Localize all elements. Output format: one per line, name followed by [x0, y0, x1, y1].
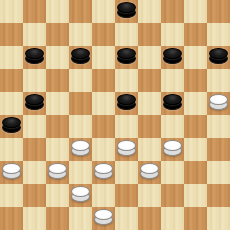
dark-square-29[interactable]	[138, 115, 161, 138]
dark-square-22[interactable]	[69, 92, 92, 115]
piece-top	[163, 94, 182, 105]
dark-square-26[interactable]	[0, 115, 23, 138]
dark-square-48[interactable]	[92, 207, 115, 230]
light-square-r5c7	[161, 115, 184, 138]
dark-square-34[interactable]	[161, 138, 184, 161]
light-square-r9c3	[69, 207, 92, 230]
light-square-r8c6	[138, 184, 161, 207]
light-square-r9c5	[115, 207, 138, 230]
dark-square-44[interactable]	[161, 184, 184, 207]
piece-top	[94, 163, 113, 174]
draughts-board	[0, 0, 230, 230]
dark-square-12[interactable]	[69, 46, 92, 69]
dark-square-15[interactable]	[207, 46, 230, 69]
light-square-r1c1	[23, 23, 46, 46]
piece-top	[25, 94, 44, 105]
light-square-r0c0	[0, 0, 23, 23]
dark-square-17[interactable]	[46, 69, 69, 92]
dark-square-7[interactable]	[46, 23, 69, 46]
piece-top	[209, 48, 228, 59]
light-square-r0c4	[92, 0, 115, 23]
dark-square-36[interactable]	[0, 161, 23, 184]
white-man[interactable]	[117, 140, 136, 157]
light-square-r9c9	[207, 207, 230, 230]
dark-square-33[interactable]	[115, 138, 138, 161]
dark-square-3[interactable]	[115, 0, 138, 23]
dark-square-50[interactable]	[184, 207, 207, 230]
dark-square-19[interactable]	[138, 69, 161, 92]
dark-square-1[interactable]	[23, 0, 46, 23]
light-square-r2c8	[184, 46, 207, 69]
white-man[interactable]	[71, 140, 90, 157]
light-square-r8c0	[0, 184, 23, 207]
light-square-r2c2	[46, 46, 69, 69]
light-square-r4c0	[0, 92, 23, 115]
light-square-r3c5	[115, 69, 138, 92]
dark-square-13[interactable]	[115, 46, 138, 69]
black-man[interactable]	[163, 94, 182, 111]
dark-square-18[interactable]	[92, 69, 115, 92]
light-square-r3c9	[207, 69, 230, 92]
black-man[interactable]	[25, 48, 44, 65]
dark-square-4[interactable]	[161, 0, 184, 23]
light-square-r8c2	[46, 184, 69, 207]
dark-square-31[interactable]	[23, 138, 46, 161]
light-square-r9c7	[161, 207, 184, 230]
light-square-r8c8	[184, 184, 207, 207]
white-man[interactable]	[2, 163, 21, 180]
black-man[interactable]	[117, 2, 136, 19]
light-square-r4c8	[184, 92, 207, 115]
light-square-r7c5	[115, 161, 138, 184]
piece-top	[117, 48, 136, 59]
light-square-r0c6	[138, 0, 161, 23]
light-square-r5c3	[69, 115, 92, 138]
light-square-r7c3	[69, 161, 92, 184]
dark-square-45[interactable]	[207, 184, 230, 207]
light-square-r8c4	[92, 184, 115, 207]
dark-square-39[interactable]	[138, 161, 161, 184]
white-man[interactable]	[71, 186, 90, 203]
dark-square-20[interactable]	[184, 69, 207, 92]
light-square-r4c4	[92, 92, 115, 115]
light-square-r4c6	[138, 92, 161, 115]
piece-top	[2, 163, 21, 174]
white-man[interactable]	[140, 163, 159, 180]
light-square-r6c8	[184, 138, 207, 161]
piece-top	[71, 186, 90, 197]
dark-square-38[interactable]	[92, 161, 115, 184]
light-square-r7c7	[161, 161, 184, 184]
black-man[interactable]	[71, 48, 90, 65]
light-square-r9c1	[23, 207, 46, 230]
dark-square-23[interactable]	[115, 92, 138, 115]
piece-top	[140, 163, 159, 174]
light-square-r1c3	[69, 23, 92, 46]
piece-top	[94, 209, 113, 220]
piece-top	[2, 117, 21, 128]
light-square-r0c8	[184, 0, 207, 23]
light-square-r6c6	[138, 138, 161, 161]
dark-square-27[interactable]	[46, 115, 69, 138]
white-man[interactable]	[94, 209, 113, 226]
light-square-r2c0	[0, 46, 23, 69]
dark-square-10[interactable]	[184, 23, 207, 46]
black-man[interactable]	[25, 94, 44, 111]
dark-square-37[interactable]	[46, 161, 69, 184]
black-man[interactable]	[163, 48, 182, 65]
black-man[interactable]	[2, 117, 21, 134]
dark-square-14[interactable]	[161, 46, 184, 69]
dark-square-25[interactable]	[207, 92, 230, 115]
black-man[interactable]	[209, 48, 228, 65]
light-square-r3c3	[69, 69, 92, 92]
piece-top	[117, 94, 136, 105]
black-man[interactable]	[117, 94, 136, 111]
light-square-r5c9	[207, 115, 230, 138]
white-man[interactable]	[209, 94, 228, 111]
piece-top	[163, 140, 182, 151]
piece-top	[209, 94, 228, 105]
dark-square-35[interactable]	[207, 138, 230, 161]
light-square-r1c9	[207, 23, 230, 46]
dark-square-46[interactable]	[0, 207, 23, 230]
dark-square-42[interactable]	[69, 184, 92, 207]
piece-top	[48, 163, 67, 174]
dark-square-11[interactable]	[23, 46, 46, 69]
piece-top	[117, 140, 136, 151]
light-square-r2c4	[92, 46, 115, 69]
dark-square-9[interactable]	[138, 23, 161, 46]
dark-square-40[interactable]	[184, 161, 207, 184]
dark-square-24[interactable]	[161, 92, 184, 115]
white-man[interactable]	[94, 163, 113, 180]
light-square-r3c7	[161, 69, 184, 92]
light-square-r6c2	[46, 138, 69, 161]
light-square-r7c1	[23, 161, 46, 184]
dark-square-5[interactable]	[207, 0, 230, 23]
dark-square-30[interactable]	[184, 115, 207, 138]
light-square-r3c1	[23, 69, 46, 92]
dark-square-28[interactable]	[92, 115, 115, 138]
light-square-r0c2	[46, 0, 69, 23]
light-square-r5c1	[23, 115, 46, 138]
dark-square-6[interactable]	[0, 23, 23, 46]
dark-square-2[interactable]	[69, 0, 92, 23]
dark-square-43[interactable]	[115, 184, 138, 207]
dark-square-41[interactable]	[23, 184, 46, 207]
light-square-r4c2	[46, 92, 69, 115]
light-square-r7c9	[207, 161, 230, 184]
piece-top	[71, 48, 90, 59]
dark-square-21[interactable]	[23, 92, 46, 115]
dark-square-16[interactable]	[0, 69, 23, 92]
light-square-r2c6	[138, 46, 161, 69]
piece-top	[117, 2, 136, 13]
light-square-r5c5	[115, 115, 138, 138]
light-square-r1c5	[115, 23, 138, 46]
dark-square-49[interactable]	[138, 207, 161, 230]
piece-top	[25, 48, 44, 59]
dark-square-8[interactable]	[92, 23, 115, 46]
light-square-r6c4	[92, 138, 115, 161]
black-man[interactable]	[117, 48, 136, 65]
white-man[interactable]	[163, 140, 182, 157]
piece-top	[71, 140, 90, 151]
white-man[interactable]	[48, 163, 67, 180]
dark-square-47[interactable]	[46, 207, 69, 230]
piece-top	[163, 48, 182, 59]
light-square-r1c7	[161, 23, 184, 46]
dark-square-32[interactable]	[69, 138, 92, 161]
light-square-r6c0	[0, 138, 23, 161]
